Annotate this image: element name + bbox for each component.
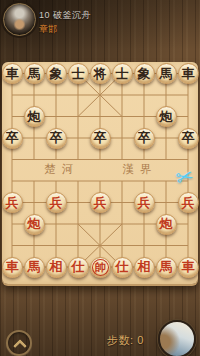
- piece-glyph: 士: [70, 66, 86, 82]
- piece-glyph: 兵: [136, 195, 152, 211]
- piece-black-士[interactable]: 士: [112, 63, 133, 84]
- piece-black-車[interactable]: 車: [2, 63, 23, 84]
- piece-glyph: 卒: [4, 130, 20, 146]
- piece-red-相[interactable]: 相: [134, 257, 155, 278]
- piece-glyph: 卒: [180, 130, 196, 146]
- piece-glyph: 卒: [136, 130, 152, 146]
- piece-red-兵[interactable]: 兵: [178, 192, 199, 213]
- piece-black-卒[interactable]: 卒: [178, 128, 199, 149]
- step-counter-label: 步数:: [107, 334, 134, 346]
- piece-glyph: 士: [114, 66, 130, 82]
- piece-glyph: 仕: [114, 259, 130, 275]
- opponent-level-title: 10 破釜沉舟: [39, 9, 91, 22]
- opponent-name: 章邯: [39, 23, 57, 36]
- piece-glyph: 車: [180, 259, 196, 275]
- piece-red-仕[interactable]: 仕: [112, 257, 133, 278]
- piece-glyph: 相: [136, 259, 152, 275]
- piece-black-馬[interactable]: 馬: [24, 63, 45, 84]
- piece-glyph: 象: [48, 66, 64, 82]
- piece-black-卒[interactable]: 卒: [2, 128, 23, 149]
- piece-glyph: 炮: [26, 109, 42, 125]
- xiangqi-game-screen: 10 破釜沉舟 章邯 楚河 漢界 車馬象士将士象馬車炮炮卒卒卒卒卒兵兵兵兵兵炮炮…: [0, 0, 200, 356]
- river-label-han: 漢界: [105, 162, 169, 177]
- piece-black-炮[interactable]: 炮: [24, 106, 45, 127]
- river-label-chu: 楚河: [27, 162, 91, 177]
- chevron-up-icon: [13, 339, 27, 353]
- piece-glyph: 炮: [158, 109, 174, 125]
- opponent-info-bar: 10 破釜沉舟 章邯: [0, 0, 200, 40]
- piece-glyph: 帥: [93, 260, 108, 275]
- piece-black-士[interactable]: 士: [68, 63, 89, 84]
- piece-glyph: 象: [136, 66, 152, 82]
- piece-glyph: 馬: [158, 259, 174, 275]
- piece-glyph: 兵: [92, 195, 108, 211]
- piece-glyph: 馬: [158, 66, 174, 82]
- piece-black-象[interactable]: 象: [134, 63, 155, 84]
- piece-black-炮[interactable]: 炮: [156, 106, 177, 127]
- piece-glyph: 仕: [70, 259, 86, 275]
- piece-glyph: 車: [4, 66, 20, 82]
- piece-red-炮[interactable]: 炮: [156, 214, 177, 235]
- piece-glyph: 炮: [26, 216, 42, 232]
- piece-glyph: 卒: [92, 130, 108, 146]
- piece-black-卒[interactable]: 卒: [90, 128, 111, 149]
- piece-black-卒[interactable]: 卒: [46, 128, 67, 149]
- piece-red-仕[interactable]: 仕: [68, 257, 89, 278]
- step-counter: 步数: 0: [107, 333, 144, 348]
- piece-red-車[interactable]: 車: [178, 257, 199, 278]
- piece-red-炮[interactable]: 炮: [24, 214, 45, 235]
- piece-glyph: 兵: [48, 195, 64, 211]
- piece-glyph: 相: [48, 259, 64, 275]
- piece-red-馬[interactable]: 馬: [156, 257, 177, 278]
- piece-glyph: 兵: [180, 195, 196, 211]
- piece-red-馬[interactable]: 馬: [24, 257, 45, 278]
- piece-red-車[interactable]: 車: [2, 257, 23, 278]
- piece-red-兵[interactable]: 兵: [134, 192, 155, 213]
- self-avatar[interactable]: [158, 320, 196, 356]
- collapse-button[interactable]: [6, 330, 32, 356]
- piece-glyph: 馬: [26, 66, 42, 82]
- piece-black-卒[interactable]: 卒: [134, 128, 155, 149]
- piece-black-象[interactable]: 象: [46, 63, 67, 84]
- piece-glyph: 車: [4, 259, 20, 275]
- piece-glyph: 兵: [4, 195, 20, 211]
- piece-glyph: 炮: [158, 216, 174, 232]
- piece-red-兵[interactable]: 兵: [90, 192, 111, 213]
- piece-red-兵[interactable]: 兵: [2, 192, 23, 213]
- piece-red-兵[interactable]: 兵: [46, 192, 67, 213]
- piece-black-車[interactable]: 車: [178, 63, 199, 84]
- step-counter-value: 0: [137, 334, 144, 346]
- piece-red-相[interactable]: 相: [46, 257, 67, 278]
- xiangqi-board[interactable]: 楚河 漢界 車馬象士将士象馬車炮炮卒卒卒卒卒兵兵兵兵兵炮炮車馬相仕帥仕相馬車 ✂: [2, 62, 198, 284]
- piece-black-馬[interactable]: 馬: [156, 63, 177, 84]
- piece-black-将[interactable]: 将: [90, 63, 111, 84]
- piece-glyph: 車: [180, 66, 196, 82]
- piece-glyph: 卒: [48, 130, 64, 146]
- opponent-avatar[interactable]: [3, 3, 36, 36]
- piece-glyph: 将: [92, 66, 108, 82]
- piece-red-帥[interactable]: 帥: [90, 257, 111, 278]
- piece-glyph: 馬: [26, 259, 42, 275]
